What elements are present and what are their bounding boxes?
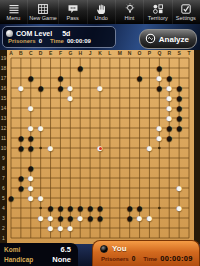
row-label-18: 18 xyxy=(0,66,7,71)
column-label-A: A xyxy=(9,51,13,56)
row-label-6: 6 xyxy=(0,186,7,191)
analyze-icon xyxy=(145,30,156,48)
toolbar-button-menu[interactable]: Menu xyxy=(0,0,28,24)
black-stone-H18: ● xyxy=(75,63,85,73)
white-stone-G2: ● xyxy=(65,223,75,233)
column-label-N: N xyxy=(128,51,132,56)
white-stone-D3: ● xyxy=(36,213,46,223)
hint-lightbulb-icon xyxy=(124,3,136,15)
column-label-C: C xyxy=(29,51,33,56)
white-stone-P3: ● xyxy=(144,213,154,223)
white-stone-Q11: ● xyxy=(154,133,164,143)
row-label-12: 12 xyxy=(0,126,7,131)
row-label-8: 8 xyxy=(0,166,7,171)
column-label-J: J xyxy=(89,51,92,56)
row-label-13: 13 xyxy=(0,116,7,121)
black-stone-R11: ● xyxy=(164,133,174,143)
toolbar-button-label: Undo xyxy=(95,15,108,21)
black-stone-B10: ● xyxy=(16,143,26,153)
com-player-panel: COM Level 5d Prisoners 0 Time 00:00:09 xyxy=(2,26,116,48)
white-stone-E2: ● xyxy=(46,223,56,233)
white-stone-O3: ● xyxy=(135,213,145,223)
column-label-M: M xyxy=(118,51,122,56)
toolbar-button-hint[interactable]: Hint xyxy=(116,0,144,24)
row-label-9: 9 xyxy=(0,156,7,161)
column-label-L: L xyxy=(108,51,111,56)
analyze-button[interactable]: Analyze xyxy=(139,29,197,49)
time-label: Time xyxy=(50,38,64,44)
black-stone-N3: ● xyxy=(125,213,135,223)
column-label-Q: Q xyxy=(157,51,161,56)
row-label-19: 19 xyxy=(0,56,7,61)
toolbar-button-new-game[interactable]: New Game xyxy=(28,0,59,24)
you-label: You xyxy=(112,244,127,253)
settings-checkbox-icon xyxy=(180,3,192,15)
white-stone-B16: ● xyxy=(16,83,26,93)
komi-label: Komi xyxy=(4,246,20,253)
you-prisoners-label: Prisoners xyxy=(101,256,129,262)
black-stone-K3: ● xyxy=(95,213,105,223)
white-stone-F2: ● xyxy=(55,223,65,233)
you-player-panel: You Prisoners 0 Time 00:00:09 xyxy=(92,240,200,266)
prisoners-label: Prisoners xyxy=(8,38,36,44)
white-stone-K16: ● xyxy=(95,83,105,93)
white-stone-D5: ● xyxy=(36,193,46,203)
komi-value: 6.5 xyxy=(61,245,71,254)
row-label-11: 11 xyxy=(0,136,7,141)
toolbar-button-territory[interactable]: Territory xyxy=(144,0,172,24)
white-stone-G15: ● xyxy=(65,93,75,103)
you-time-value: 00:00:09 xyxy=(160,254,192,263)
time-value: 00:00:09 xyxy=(67,38,91,44)
column-label-S: S xyxy=(177,51,180,56)
row-label-10: 10 xyxy=(0,146,7,151)
toolbar-button-settings[interactable]: Settings xyxy=(173,0,200,24)
row-label-14: 14 xyxy=(0,106,7,111)
toolbar-button-label: New Game xyxy=(30,15,58,21)
black-stone-A5: ● xyxy=(6,193,16,203)
pass-speech-bubble-icon xyxy=(67,3,79,15)
black-stone-O17: ● xyxy=(135,73,145,83)
white-stone-S4: ● xyxy=(174,203,184,213)
go-board[interactable]: ABCDEFGHJKLMNOPQRST191817161514131211109… xyxy=(0,50,200,244)
column-label-K: K xyxy=(98,51,102,56)
row-label-15: 15 xyxy=(0,96,7,101)
white-stone-S6: ● xyxy=(174,183,184,193)
column-label-B: B xyxy=(19,51,23,56)
menu-icon xyxy=(8,3,20,15)
white-stone-C5: ● xyxy=(26,193,36,203)
black-stone-Q16: ● xyxy=(154,83,164,93)
toolbar-button-label: Territory xyxy=(148,15,168,21)
com-level-label: COM Level xyxy=(16,30,52,37)
column-label-R: R xyxy=(167,51,171,56)
black-stone-D16: ● xyxy=(36,83,46,93)
white-stone-P10: ● xyxy=(144,143,154,153)
row-label-17: 17 xyxy=(0,76,7,81)
column-label-O: O xyxy=(138,51,142,56)
you-time-label: Time xyxy=(143,256,157,262)
toolbar: MenuNew GamePassUndoHintTerritorySetting… xyxy=(0,0,200,24)
column-label-H: H xyxy=(78,51,82,56)
column-label-E: E xyxy=(49,51,52,56)
toolbar-button-label: Menu xyxy=(7,15,21,21)
you-prisoners-value: 0 xyxy=(132,255,136,262)
white-stone-K10: ● xyxy=(95,143,105,153)
row-label-4: 4 xyxy=(0,206,7,211)
black-stone-C10: ● xyxy=(26,143,36,153)
white-stone-H3: ● xyxy=(75,213,85,223)
handicap-label: Handicap xyxy=(4,256,33,263)
row-label-1: 1 xyxy=(0,236,7,241)
toolbar-button-undo[interactable]: Undo xyxy=(88,0,116,24)
new-game-grid-icon xyxy=(37,3,49,15)
column-label-P: P xyxy=(148,51,151,56)
prisoners-value: 0 xyxy=(39,38,42,44)
row-label-16: 16 xyxy=(0,86,7,91)
black-stone-J3: ● xyxy=(85,213,95,223)
handicap-value: None xyxy=(52,255,71,264)
analyze-label: Analyze xyxy=(159,35,189,44)
column-label-D: D xyxy=(39,51,43,56)
column-label-G: G xyxy=(68,51,72,56)
toolbar-button-label: Hint xyxy=(125,15,135,21)
black-stone-C17: ● xyxy=(26,73,36,83)
white-stone-D12: ● xyxy=(36,123,46,133)
black-stone-F16: ● xyxy=(55,83,65,93)
white-stone-C14: ● xyxy=(26,103,36,113)
komi-panel: Komi 6.5 Handicap None xyxy=(0,243,78,266)
toolbar-button-pass[interactable]: Pass xyxy=(59,0,87,24)
white-stone-icon xyxy=(6,30,13,37)
territory-stones-icon xyxy=(152,3,164,15)
row-label-3: 3 xyxy=(0,216,7,221)
com-level-value: 5d xyxy=(62,30,70,37)
black-stone-icon xyxy=(100,245,108,253)
undo-hand-icon xyxy=(95,3,107,15)
column-label-F: F xyxy=(59,51,62,56)
last-move-marker xyxy=(99,147,102,150)
black-stone-B6: ● xyxy=(16,183,26,193)
row-label-7: 7 xyxy=(0,176,7,181)
column-label-T: T xyxy=(187,51,190,56)
row-label-2: 2 xyxy=(0,226,7,231)
black-stone-S12: ● xyxy=(174,123,184,133)
toolbar-button-label: Pass xyxy=(67,15,79,21)
white-stone-E10: ● xyxy=(46,143,56,153)
toolbar-button-label: Settings xyxy=(176,15,196,21)
